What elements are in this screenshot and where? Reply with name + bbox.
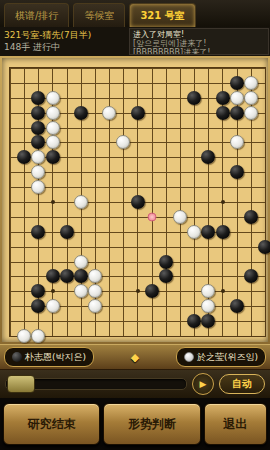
black-stone bbox=[46, 150, 60, 164]
black-stone bbox=[187, 91, 201, 105]
auto-button[interactable]: 自动 bbox=[219, 374, 265, 394]
black-stone bbox=[216, 106, 230, 120]
tab-room-321[interactable]: 321 号室 bbox=[129, 3, 195, 27]
white-stone bbox=[46, 91, 60, 105]
board-grid[interactable] bbox=[9, 67, 266, 337]
white-stone-icon bbox=[184, 352, 194, 362]
white-stone bbox=[230, 135, 244, 149]
go-app-screen: 棋谱/排行 等候室 321 号室 321号室-猜先(7目半) 148手 进行中 … bbox=[0, 0, 270, 450]
white-stone bbox=[17, 329, 31, 343]
star-point bbox=[221, 200, 225, 204]
board-wood bbox=[2, 58, 268, 342]
white-stone bbox=[244, 91, 258, 105]
black-stone bbox=[131, 195, 145, 209]
black-stone bbox=[201, 150, 215, 164]
black-stone bbox=[244, 269, 258, 283]
player-bar: 朴志恩(박지은) ◆ 於之莹(위즈잉) bbox=[0, 344, 270, 370]
black-stone bbox=[60, 269, 74, 283]
white-stone bbox=[31, 150, 45, 164]
last-move-marker bbox=[147, 212, 156, 221]
chat-line: [BBBBBBBB]进来了! bbox=[133, 48, 265, 55]
research-end-button[interactable]: 研究结束 bbox=[3, 403, 100, 445]
white-stone bbox=[201, 284, 215, 298]
position-judge-button[interactable]: 形势判断 bbox=[103, 403, 200, 445]
white-stone bbox=[31, 165, 45, 179]
white-player-capsule[interactable]: 於之莹(위즈잉) bbox=[176, 347, 266, 367]
black-player-capsule[interactable]: 朴志恩(박지은) bbox=[4, 347, 94, 367]
white-stone bbox=[88, 284, 102, 298]
white-stone bbox=[201, 299, 215, 313]
replay-control-row: ▶ 自动 bbox=[0, 370, 270, 398]
info-row: 321号室-猜先(7目半) 148手 进行中 进入了对局室! [앞으로뒤에]进来… bbox=[0, 27, 270, 56]
black-stone bbox=[216, 225, 230, 239]
white-stone bbox=[74, 284, 88, 298]
white-stone bbox=[173, 210, 187, 224]
star-point bbox=[221, 289, 225, 293]
white-player-name: 於之莹(위즈잉) bbox=[197, 351, 258, 364]
tab-waiting-room[interactable]: 等候室 bbox=[73, 3, 125, 27]
bottom-button-bar: 研究结束 形势判断 退出 bbox=[0, 398, 270, 450]
black-stone bbox=[187, 314, 201, 328]
white-stone bbox=[244, 106, 258, 120]
black-stone bbox=[201, 225, 215, 239]
play-button[interactable]: ▶ bbox=[192, 373, 214, 395]
black-stone bbox=[31, 284, 45, 298]
move-slider[interactable] bbox=[5, 378, 187, 390]
black-stone-icon bbox=[12, 352, 22, 362]
room-title: 321号室-猜先(7目半) bbox=[4, 29, 124, 41]
play-icon: ▶ bbox=[200, 379, 207, 389]
black-stone bbox=[230, 165, 244, 179]
black-stone bbox=[258, 240, 270, 254]
star-point bbox=[51, 289, 55, 293]
black-stone bbox=[31, 121, 45, 135]
black-stone bbox=[244, 210, 258, 224]
chat-panel[interactable]: 进入了对局室! [앞으로뒤에]进来了! [BBBBBBBB]进来了! bbox=[129, 28, 269, 55]
white-stone bbox=[102, 106, 116, 120]
slider-handle[interactable] bbox=[7, 375, 35, 393]
black-stone bbox=[46, 269, 60, 283]
black-stone bbox=[31, 225, 45, 239]
white-stone bbox=[116, 135, 130, 149]
exit-button[interactable]: 退出 bbox=[204, 403, 267, 445]
black-stone bbox=[159, 269, 173, 283]
white-stone bbox=[244, 76, 258, 90]
black-stone bbox=[216, 91, 230, 105]
black-stone bbox=[31, 135, 45, 149]
white-stone bbox=[46, 299, 60, 313]
versus-icon: ◆ bbox=[131, 351, 139, 364]
black-stone bbox=[17, 150, 31, 164]
white-stone bbox=[88, 269, 102, 283]
white-stone bbox=[46, 135, 60, 149]
white-stone bbox=[74, 255, 88, 269]
black-stone bbox=[74, 269, 88, 283]
black-stone bbox=[145, 284, 159, 298]
white-stone bbox=[230, 91, 244, 105]
white-stone bbox=[88, 299, 102, 313]
white-stone bbox=[46, 121, 60, 135]
black-stone bbox=[201, 314, 215, 328]
white-stone bbox=[74, 195, 88, 209]
white-stone bbox=[187, 225, 201, 239]
black-stone bbox=[74, 106, 88, 120]
move-status: 148手 进行中 bbox=[4, 41, 124, 53]
black-stone bbox=[131, 106, 145, 120]
go-board bbox=[0, 56, 270, 344]
room-info: 321号室-猜先(7目半) 148手 进行中 bbox=[0, 27, 128, 56]
chat-line: 进入了对局室! bbox=[133, 30, 265, 39]
black-stone bbox=[31, 106, 45, 120]
black-stone bbox=[60, 225, 74, 239]
white-stone bbox=[31, 180, 45, 194]
black-stone bbox=[31, 299, 45, 313]
tab-kifu-ranking[interactable]: 棋谱/排行 bbox=[4, 3, 69, 27]
black-stone bbox=[230, 106, 244, 120]
star-point bbox=[51, 200, 55, 204]
black-stone bbox=[159, 255, 173, 269]
black-stone bbox=[230, 299, 244, 313]
white-stone bbox=[31, 329, 45, 343]
black-player-name: 朴志恩(박지은) bbox=[25, 351, 86, 364]
tab-bar: 棋谱/排行 等候室 321 号室 bbox=[0, 0, 270, 28]
black-stone bbox=[230, 76, 244, 90]
white-stone bbox=[46, 106, 60, 120]
star-point bbox=[136, 289, 140, 293]
black-stone bbox=[31, 91, 45, 105]
chat-line: [앞으로뒤에]进来了! bbox=[133, 39, 265, 48]
